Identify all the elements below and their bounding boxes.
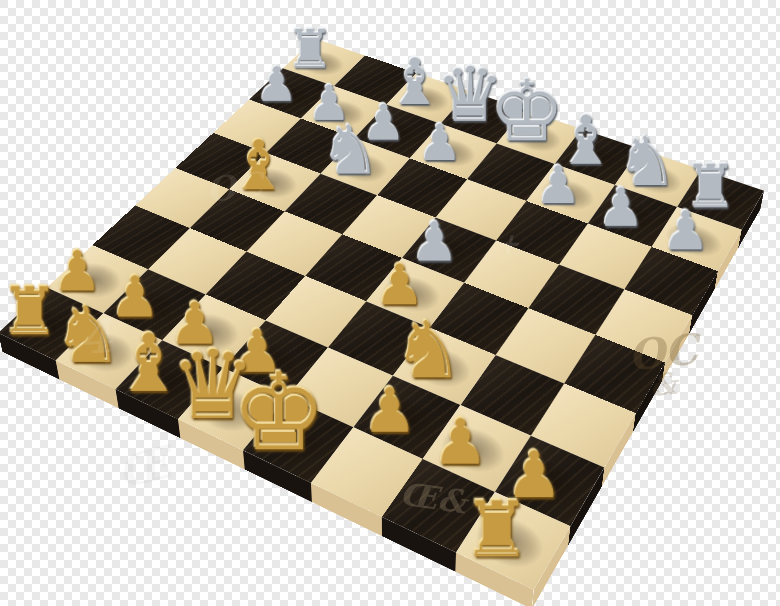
piece-black-pawn-h7[interactable]: ♟ <box>662 205 710 256</box>
piece-white-king-e1[interactable]: ♚ <box>231 362 327 463</box>
piece-black-knight-c6[interactable]: ♞ <box>320 118 381 182</box>
piece-black-pawn-f7[interactable]: ♟ <box>535 161 582 210</box>
piece-white-bishop-b5[interactable]: ♝ <box>228 133 290 198</box>
piece-black-pawn-g7[interactable]: ♟ <box>597 182 644 232</box>
piece-black-king-e8[interactable]: ♚ <box>489 71 565 151</box>
piece-white-rook-h1[interactable]: ♜ <box>462 494 531 567</box>
piece-white-rook-a1[interactable]: ♜ <box>0 281 59 344</box>
piece-white-pawn-g2[interactable]: ♟ <box>432 412 488 472</box>
piece-black-pawn-d7[interactable]: ♟ <box>417 119 462 167</box>
board-3d-scene: ♜♝♛♚♝♞♜♟♟♟♟♟♟♟♞♝♟♟♞♟♟♟♟♟♟♟♜♞♝♛♚♜ <box>0 0 780 606</box>
chess-board: ♜♝♛♚♝♞♜♟♟♟♟♟♟♟♞♝♟♟♞♟♟♟♟♟♟♟♜♞♝♛♚♜ <box>0 38 764 589</box>
piece-white-pawn-f2[interactable]: ♟ <box>362 381 417 439</box>
board-grid: ♜♝♛♚♝♞♜♟♟♟♟♟♟♟♞♝♟♟♞♟♟♟♟♟♟♟♜♞♝♛♚♜ <box>0 38 764 589</box>
transparency-canvas: ♜♝♛♚♝♞♜♟♟♟♟♟♟♟♞♝♟♟♞♟♟♟♟♟♟♟♜♞♝♛♚♜ OC&OCŒ&… <box>0 0 780 606</box>
piece-black-pawn-a7[interactable]: ♟ <box>255 62 298 107</box>
